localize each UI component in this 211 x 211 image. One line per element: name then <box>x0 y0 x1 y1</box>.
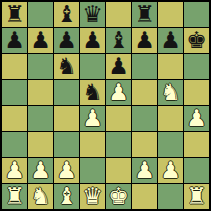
square-f2[interactable]: ♟ <box>132 158 157 183</box>
white-knight: ♞ <box>30 184 51 209</box>
square-a8[interactable]: ♜ <box>2 2 27 27</box>
black-pawn: ♟ <box>134 28 155 53</box>
square-b4[interactable] <box>28 106 53 131</box>
black-pawn: ♟ <box>30 28 51 53</box>
square-b8[interactable] <box>28 2 53 27</box>
square-a7[interactable]: ♟ <box>2 28 27 53</box>
square-g3[interactable] <box>158 132 183 157</box>
square-g7[interactable]: ♟ <box>158 28 183 53</box>
black-bishop: ♝ <box>108 28 129 53</box>
square-c7[interactable]: ♟ <box>54 28 79 53</box>
square-d6[interactable] <box>80 54 105 79</box>
square-d2[interactable] <box>80 158 105 183</box>
black-queen: ♛ <box>82 2 103 27</box>
square-h5[interactable] <box>184 80 209 105</box>
square-g5[interactable]: ♞ <box>158 80 183 105</box>
square-c5[interactable] <box>54 80 79 105</box>
square-d3[interactable] <box>80 132 105 157</box>
white-pawn: ♟ <box>4 158 25 183</box>
white-pawn: ♟ <box>108 80 129 105</box>
square-g4[interactable] <box>158 106 183 131</box>
black-pawn: ♟ <box>56 28 77 53</box>
square-h6[interactable] <box>184 54 209 79</box>
square-h4[interactable]: ♟ <box>184 106 209 131</box>
white-king: ♚ <box>108 184 129 209</box>
white-queen: ♛ <box>82 184 103 209</box>
square-a5[interactable] <box>2 80 27 105</box>
square-h2[interactable] <box>184 158 209 183</box>
black-pawn: ♟ <box>160 28 181 53</box>
square-h7[interactable]: ♚ <box>184 28 209 53</box>
square-d7[interactable]: ♟ <box>80 28 105 53</box>
white-pawn: ♟ <box>134 158 155 183</box>
square-b5[interactable] <box>28 80 53 105</box>
square-e5[interactable]: ♟ <box>106 80 131 105</box>
square-d4[interactable]: ♟ <box>80 106 105 131</box>
square-d5[interactable]: ♞ <box>80 80 105 105</box>
white-rook: ♜ <box>4 184 25 209</box>
square-c2[interactable]: ♟ <box>54 158 79 183</box>
square-b6[interactable] <box>28 54 53 79</box>
square-a1[interactable]: ♜ <box>2 184 27 209</box>
white-rook: ♜ <box>186 184 207 209</box>
white-pawn: ♟ <box>82 106 103 131</box>
square-d1[interactable]: ♛ <box>80 184 105 209</box>
square-d8[interactable]: ♛ <box>80 2 105 27</box>
square-h8[interactable] <box>184 2 209 27</box>
square-a6[interactable] <box>2 54 27 79</box>
square-c4[interactable] <box>54 106 79 131</box>
black-rook: ♜ <box>134 2 155 27</box>
square-g6[interactable] <box>158 54 183 79</box>
square-a4[interactable] <box>2 106 27 131</box>
square-h1[interactable]: ♜ <box>184 184 209 209</box>
square-c8[interactable]: ♝ <box>54 2 79 27</box>
black-rook: ♜ <box>4 2 25 27</box>
square-e3[interactable] <box>106 132 131 157</box>
square-e6[interactable]: ♟ <box>106 54 131 79</box>
square-f1[interactable] <box>132 184 157 209</box>
square-b1[interactable]: ♞ <box>28 184 53 209</box>
square-b2[interactable]: ♟ <box>28 158 53 183</box>
square-f6[interactable] <box>132 54 157 79</box>
square-h3[interactable] <box>184 132 209 157</box>
square-e8[interactable] <box>106 2 131 27</box>
square-f4[interactable] <box>132 106 157 131</box>
square-g2[interactable]: ♟ <box>158 158 183 183</box>
square-a3[interactable] <box>2 132 27 157</box>
square-g1[interactable] <box>158 184 183 209</box>
square-c1[interactable]: ♝ <box>54 184 79 209</box>
square-g8[interactable] <box>158 2 183 27</box>
white-pawn: ♟ <box>160 158 181 183</box>
black-knight: ♞ <box>56 54 77 79</box>
white-pawn: ♟ <box>56 158 77 183</box>
black-king: ♚ <box>186 28 207 53</box>
black-pawn: ♟ <box>4 28 25 53</box>
square-c3[interactable] <box>54 132 79 157</box>
chess-board: ♜♝♛♜♟♟♟♟♝♟♟♚♞♟♞♟♞♟♟♟♟♟♟♟♜♞♝♛♚♜ <box>0 0 211 211</box>
white-pawn: ♟ <box>186 106 207 131</box>
square-f7[interactable]: ♟ <box>132 28 157 53</box>
square-e1[interactable]: ♚ <box>106 184 131 209</box>
white-pawn: ♟ <box>30 158 51 183</box>
square-e4[interactable] <box>106 106 131 131</box>
black-bishop: ♝ <box>56 2 77 27</box>
black-pawn: ♟ <box>82 28 103 53</box>
square-f8[interactable]: ♜ <box>132 2 157 27</box>
square-c6[interactable]: ♞ <box>54 54 79 79</box>
black-knight: ♞ <box>82 80 103 105</box>
black-pawn: ♟ <box>108 54 129 79</box>
white-bishop: ♝ <box>56 184 77 209</box>
square-e7[interactable]: ♝ <box>106 28 131 53</box>
square-f3[interactable] <box>132 132 157 157</box>
square-b3[interactable] <box>28 132 53 157</box>
square-e2[interactable] <box>106 158 131 183</box>
square-f5[interactable] <box>132 80 157 105</box>
square-a2[interactable]: ♟ <box>2 158 27 183</box>
square-b7[interactable]: ♟ <box>28 28 53 53</box>
white-knight: ♞ <box>160 80 181 105</box>
